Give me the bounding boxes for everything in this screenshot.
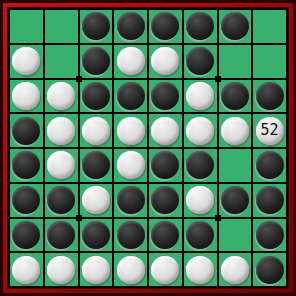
board-frame-inner: 52 xyxy=(7,7,289,289)
disc-white xyxy=(82,186,110,214)
disc-black xyxy=(117,82,145,110)
board-cell-e3[interactable] xyxy=(149,80,182,113)
disc-black xyxy=(82,151,110,179)
disc-white xyxy=(117,256,145,284)
board-frame-outer: 52 xyxy=(0,0,296,296)
star-point-icon xyxy=(76,76,82,82)
disc-white xyxy=(117,117,145,145)
disc-white xyxy=(221,256,249,284)
board-cell-d6[interactable] xyxy=(114,184,147,217)
disc-black xyxy=(12,221,40,249)
disc-black xyxy=(82,12,110,40)
board-cell-c1[interactable] xyxy=(80,10,113,43)
disc-black xyxy=(221,186,249,214)
board-cell-g3[interactable] xyxy=(219,80,252,113)
board-cell-c3[interactable] xyxy=(80,80,113,113)
board-cell-e1[interactable] xyxy=(149,10,182,43)
board-cell-a1[interactable] xyxy=(10,10,43,43)
disc-black xyxy=(12,151,40,179)
board-cell-f8[interactable] xyxy=(184,253,217,286)
disc-black xyxy=(221,82,249,110)
disc-white-last-move: 52 xyxy=(256,117,284,145)
disc-black xyxy=(256,151,284,179)
board-cell-g6[interactable] xyxy=(219,184,252,217)
disc-black xyxy=(186,221,214,249)
disc-black xyxy=(186,47,214,75)
board-cell-f1[interactable] xyxy=(184,10,217,43)
board-cell-d7[interactable] xyxy=(114,219,147,252)
board-cell-f3[interactable] xyxy=(184,80,217,113)
board-cell-f4[interactable] xyxy=(184,114,217,147)
board-cell-h1[interactable] xyxy=(253,10,286,43)
board-cell-c5[interactable] xyxy=(80,149,113,182)
disc-white xyxy=(186,186,214,214)
disc-black xyxy=(47,186,75,214)
board-cell-c2[interactable] xyxy=(80,45,113,78)
board-cell-b4[interactable] xyxy=(45,114,78,147)
disc-black xyxy=(151,221,179,249)
board-cell-b3[interactable] xyxy=(45,80,78,113)
board-cell-d5[interactable] xyxy=(114,149,147,182)
board-cell-d2[interactable] xyxy=(114,45,147,78)
disc-black xyxy=(151,12,179,40)
board-cell-g7[interactable] xyxy=(219,219,252,252)
star-point-icon xyxy=(76,215,82,221)
disc-black xyxy=(186,12,214,40)
board-cell-c8[interactable] xyxy=(80,253,113,286)
star-point-icon xyxy=(215,215,221,221)
disc-white xyxy=(117,151,145,179)
board-cell-g1[interactable] xyxy=(219,10,252,43)
disc-black xyxy=(117,186,145,214)
disc-white xyxy=(47,82,75,110)
board-cell-h3[interactable] xyxy=(253,80,286,113)
board-cell-e5[interactable] xyxy=(149,149,182,182)
disc-black xyxy=(151,82,179,110)
board-cell-c7[interactable] xyxy=(80,219,113,252)
board-cell-d3[interactable] xyxy=(114,80,147,113)
disc-white xyxy=(186,256,214,284)
disc-black xyxy=(256,186,284,214)
board-cell-f2[interactable] xyxy=(184,45,217,78)
disc-white xyxy=(151,47,179,75)
disc-white xyxy=(82,117,110,145)
board-cell-g4[interactable] xyxy=(219,114,252,147)
disc-white xyxy=(12,256,40,284)
disc-white xyxy=(47,151,75,179)
board-cell-e2[interactable] xyxy=(149,45,182,78)
board-cell-b6[interactable] xyxy=(45,184,78,217)
disc-white xyxy=(47,256,75,284)
board-cell-b1[interactable] xyxy=(45,10,78,43)
disc-white xyxy=(82,256,110,284)
disc-white xyxy=(186,117,214,145)
disc-black xyxy=(221,12,249,40)
board-cell-b7[interactable] xyxy=(45,219,78,252)
board-frame-bevel: 52 xyxy=(3,3,293,293)
board-cell-a3[interactable] xyxy=(10,80,43,113)
disc-black xyxy=(256,82,284,110)
board-cell-h8[interactable] xyxy=(253,253,286,286)
disc-black xyxy=(117,12,145,40)
disc-white xyxy=(12,47,40,75)
board-cell-e4[interactable] xyxy=(149,114,182,147)
board-cell-h6[interactable] xyxy=(253,184,286,217)
board-cell-e7[interactable] xyxy=(149,219,182,252)
board-cell-b5[interactable] xyxy=(45,149,78,182)
board-cell-a6[interactable] xyxy=(10,184,43,217)
board-cell-d1[interactable] xyxy=(114,10,147,43)
board-cell-f6[interactable] xyxy=(184,184,217,217)
disc-white xyxy=(151,117,179,145)
board-cell-g5[interactable] xyxy=(219,149,252,182)
board-cell-h2[interactable] xyxy=(253,45,286,78)
board-cell-b8[interactable] xyxy=(45,253,78,286)
board-cell-a2[interactable] xyxy=(10,45,43,78)
disc-black xyxy=(82,221,110,249)
board-cell-a7[interactable] xyxy=(10,219,43,252)
disc-white xyxy=(117,47,145,75)
board-cell-d8[interactable] xyxy=(114,253,147,286)
board-cell-e8[interactable] xyxy=(149,253,182,286)
othello-board: 52 xyxy=(10,10,286,286)
disc-white xyxy=(186,82,214,110)
board-cell-a4[interactable] xyxy=(10,114,43,147)
disc-black xyxy=(151,151,179,179)
board-cell-b2[interactable] xyxy=(45,45,78,78)
board-cell-h5[interactable] xyxy=(253,149,286,182)
disc-black xyxy=(151,186,179,214)
disc-black xyxy=(12,117,40,145)
disc-black xyxy=(256,256,284,284)
board-cell-a8[interactable] xyxy=(10,253,43,286)
board-cell-e6[interactable] xyxy=(149,184,182,217)
board-cell-f5[interactable] xyxy=(184,149,217,182)
board-cell-h7[interactable] xyxy=(253,219,286,252)
disc-black xyxy=(47,221,75,249)
disc-white xyxy=(47,117,75,145)
disc-black xyxy=(12,186,40,214)
disc-white xyxy=(221,117,249,145)
disc-black xyxy=(82,82,110,110)
star-point-icon xyxy=(215,76,221,82)
board-cell-h4[interactable]: 52 xyxy=(253,114,286,147)
board-cell-d4[interactable] xyxy=(114,114,147,147)
board-cell-f7[interactable] xyxy=(184,219,217,252)
disc-black xyxy=(256,221,284,249)
disc-black xyxy=(82,47,110,75)
board-cell-c6[interactable] xyxy=(80,184,113,217)
board-cell-g8[interactable] xyxy=(219,253,252,286)
board-cell-g2[interactable] xyxy=(219,45,252,78)
board-cell-c4[interactable] xyxy=(80,114,113,147)
board-cell-a5[interactable] xyxy=(10,149,43,182)
disc-white xyxy=(151,256,179,284)
disc-white xyxy=(12,82,40,110)
board-edge-line: 52 xyxy=(8,8,288,288)
disc-black xyxy=(117,221,145,249)
disc-black xyxy=(186,151,214,179)
